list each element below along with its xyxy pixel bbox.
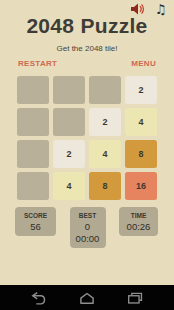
tile-r4c1 [17, 172, 49, 200]
time-label: TIME [119, 212, 158, 220]
time-box: TIME 00:26 [119, 207, 158, 236]
app-screen: ♫ 2048 Puzzle Get the 2048 tile! RESTART… [0, 0, 174, 310]
restart-button[interactable]: RESTART [18, 59, 57, 68]
best-label: BEST [70, 212, 106, 220]
android-navbar [0, 285, 174, 310]
page-subtitle: Get the 2048 tile! [0, 44, 174, 53]
score-value: 56 [15, 221, 56, 232]
best-time-value: 00:00 [70, 233, 106, 244]
tile-r3c1 [17, 140, 49, 168]
tile-r3c2: 2 [53, 140, 85, 168]
tile-r2c4: 4 [125, 108, 157, 136]
tile-r2c3: 2 [89, 108, 121, 136]
tile-r2c2 [53, 108, 85, 136]
home-button[interactable] [77, 291, 97, 305]
recents-button[interactable] [125, 291, 145, 305]
tile-r1c4: 2 [125, 76, 157, 104]
menu-button[interactable]: MENU [131, 59, 156, 68]
back-icon [30, 291, 48, 305]
stats-bar: SCORE 56 BEST 0 00:00 TIME 00:26 [15, 207, 158, 248]
time-value: 00:26 [119, 221, 158, 232]
game-board[interactable]: 2 2 4 2 4 8 4 8 16 [17, 76, 157, 200]
tile-r2c1 [17, 108, 49, 136]
back-button[interactable] [29, 291, 49, 305]
tile-r4c4: 16 [125, 172, 157, 200]
score-box: SCORE 56 [15, 207, 56, 236]
recents-icon [126, 291, 144, 305]
control-bar: RESTART MENU [18, 59, 156, 68]
tile-r4c3: 8 [89, 172, 121, 200]
tile-r1c2 [53, 76, 85, 104]
page-title: 2048 Puzzle [0, 14, 174, 38]
tile-r4c2: 4 [53, 172, 85, 200]
tile-r3c3: 4 [89, 140, 121, 168]
tile-r1c1 [17, 76, 49, 104]
home-icon [78, 291, 96, 305]
tile-r3c4: 8 [125, 140, 157, 168]
best-box: BEST 0 00:00 [70, 207, 106, 248]
best-value: 0 [70, 221, 106, 232]
tile-r1c3 [89, 76, 121, 104]
score-label: SCORE [15, 212, 56, 220]
